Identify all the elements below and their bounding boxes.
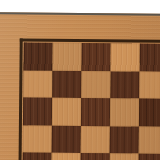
board-square [138, 154, 160, 160]
border-inlay-frame [18, 38, 160, 160]
board-square [22, 152, 51, 160]
board-square [139, 71, 160, 99]
board-square [23, 125, 52, 153]
board-square [110, 43, 139, 71]
board-square [23, 42, 52, 70]
photo-background [0, 0, 160, 160]
board-square [110, 71, 139, 99]
board-square [52, 125, 81, 153]
board-square [81, 126, 110, 154]
board-square [80, 153, 109, 160]
board-square [110, 98, 139, 126]
board-square [81, 98, 110, 126]
board-square [81, 71, 110, 99]
board-square [52, 43, 81, 71]
board-square [81, 43, 110, 71]
board-square [23, 97, 52, 125]
board-square [139, 126, 160, 154]
chess-board [0, 12, 160, 160]
board-squares-grid [22, 42, 160, 160]
board-square [139, 99, 160, 127]
board-square [52, 70, 81, 98]
board-square [23, 70, 52, 98]
board-square [110, 126, 139, 154]
board-square [109, 153, 138, 160]
board-square [52, 98, 81, 126]
board-square [139, 44, 160, 72]
board-square [51, 153, 80, 160]
